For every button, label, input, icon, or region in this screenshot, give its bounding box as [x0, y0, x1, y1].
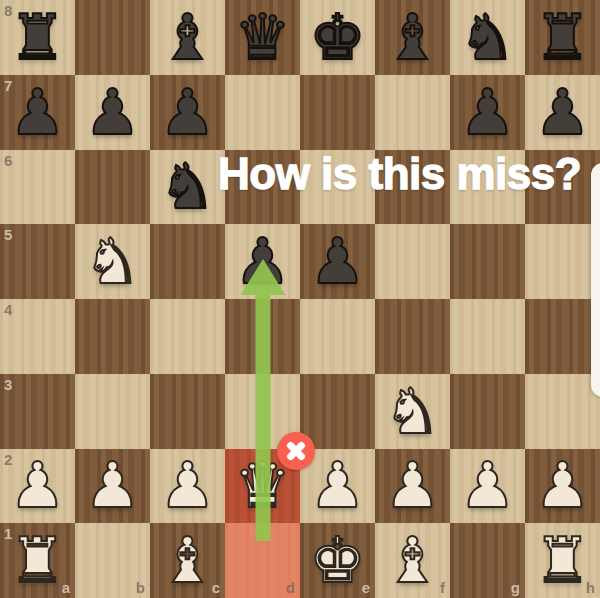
square-h3[interactable] [525, 374, 600, 449]
black-rook[interactable]: ♜ [0, 0, 75, 75]
square-e7[interactable] [300, 75, 375, 150]
square-b1[interactable]: b [75, 523, 150, 598]
square-a5[interactable]: 5 [0, 224, 75, 299]
white-rook[interactable]: ♜ [525, 523, 600, 598]
square-d7[interactable] [225, 75, 300, 150]
square-e5[interactable]: ♟ [300, 224, 375, 299]
square-e4[interactable] [300, 299, 375, 374]
white-pawn[interactable]: ♟ [450, 449, 525, 524]
square-h4[interactable] [525, 299, 600, 374]
black-pawn[interactable]: ♟ [75, 75, 150, 150]
square-a2[interactable]: 2♟ [0, 449, 75, 524]
square-a6[interactable]: 6 [0, 150, 75, 225]
black-pawn[interactable]: ♟ [225, 224, 300, 299]
square-g5[interactable] [450, 224, 525, 299]
white-pawn[interactable]: ♟ [75, 449, 150, 524]
square-g4[interactable] [450, 299, 525, 374]
square-b3[interactable] [75, 374, 150, 449]
square-f8[interactable]: ♝ [375, 0, 450, 75]
white-bishop[interactable]: ♝ [375, 523, 450, 598]
square-b2[interactable]: ♟ [75, 449, 150, 524]
rank-label-6: 6 [4, 153, 12, 168]
white-king[interactable]: ♚ [300, 523, 375, 598]
square-c2[interactable]: ♟ [150, 449, 225, 524]
square-g8[interactable]: ♞ [450, 0, 525, 75]
square-b6[interactable] [75, 150, 150, 225]
black-rook[interactable]: ♜ [525, 0, 600, 75]
square-f3[interactable]: ♞ [375, 374, 450, 449]
file-label-d: d [286, 580, 295, 595]
square-g7[interactable]: ♟ [450, 75, 525, 150]
square-b8[interactable] [75, 0, 150, 75]
square-e1[interactable]: e♚ [300, 523, 375, 598]
black-knight[interactable]: ♞ [150, 150, 225, 225]
square-a3[interactable]: 3 [0, 374, 75, 449]
square-h1[interactable]: h♜ [525, 523, 600, 598]
black-bishop[interactable]: ♝ [150, 0, 225, 75]
square-a8[interactable]: 8♜ [0, 0, 75, 75]
caption-text: How is this miss? [218, 149, 581, 199]
square-a7[interactable]: 7♟ [0, 75, 75, 150]
right-edge-card [591, 163, 600, 397]
white-pawn[interactable]: ♟ [525, 449, 600, 524]
rank-label-5: 5 [4, 227, 12, 242]
square-a4[interactable]: 4 [0, 299, 75, 374]
square-g2[interactable]: ♟ [450, 449, 525, 524]
rank-label-3: 3 [4, 377, 12, 392]
black-pawn[interactable]: ♟ [150, 75, 225, 150]
black-pawn[interactable]: ♟ [0, 75, 75, 150]
square-g1[interactable]: g [450, 523, 525, 598]
square-a1[interactable]: 1a♜ [0, 523, 75, 598]
square-f7[interactable] [375, 75, 450, 150]
white-rook[interactable]: ♜ [0, 523, 75, 598]
black-queen[interactable]: ♛ [225, 0, 300, 75]
white-pawn[interactable]: ♟ [0, 449, 75, 524]
chess-board: 8♜♝♛♚♝♞♜7♟♟♟♟♟6♞5♞♟♟43♞2♟♟♟♛♟♟♟♟1a♜bc♝de… [0, 0, 600, 598]
square-c1[interactable]: c♝ [150, 523, 225, 598]
file-label-b: b [136, 580, 145, 595]
square-b5[interactable]: ♞ [75, 224, 150, 299]
square-f2[interactable]: ♟ [375, 449, 450, 524]
square-e3[interactable] [300, 374, 375, 449]
square-g3[interactable] [450, 374, 525, 449]
square-f4[interactable] [375, 299, 450, 374]
square-c5[interactable] [150, 224, 225, 299]
white-knight[interactable]: ♞ [375, 374, 450, 449]
square-f1[interactable]: f♝ [375, 523, 450, 598]
file-label-g: g [511, 580, 520, 595]
square-h8[interactable]: ♜ [525, 0, 600, 75]
white-knight[interactable]: ♞ [75, 224, 150, 299]
black-knight[interactable]: ♞ [450, 0, 525, 75]
square-f5[interactable] [375, 224, 450, 299]
square-c6[interactable]: ♞ [150, 150, 225, 225]
square-b7[interactable]: ♟ [75, 75, 150, 150]
miss-x-badge [277, 432, 315, 470]
square-c7[interactable]: ♟ [150, 75, 225, 150]
square-c3[interactable] [150, 374, 225, 449]
square-b4[interactable] [75, 299, 150, 374]
rank-label-4: 4 [4, 302, 12, 317]
white-pawn[interactable]: ♟ [375, 449, 450, 524]
square-h5[interactable] [525, 224, 600, 299]
black-pawn[interactable]: ♟ [450, 75, 525, 150]
black-king[interactable]: ♚ [300, 0, 375, 75]
square-e8[interactable]: ♚ [300, 0, 375, 75]
square-d5[interactable]: ♟ [225, 224, 300, 299]
white-pawn[interactable]: ♟ [150, 449, 225, 524]
black-pawn[interactable]: ♟ [525, 75, 600, 150]
square-d8[interactable]: ♛ [225, 0, 300, 75]
square-d1[interactable]: d [225, 523, 300, 598]
white-bishop[interactable]: ♝ [150, 523, 225, 598]
black-bishop[interactable]: ♝ [375, 0, 450, 75]
square-h7[interactable]: ♟ [525, 75, 600, 150]
black-pawn[interactable]: ♟ [300, 224, 375, 299]
square-c4[interactable] [150, 299, 225, 374]
square-c8[interactable]: ♝ [150, 0, 225, 75]
square-d4[interactable] [225, 299, 300, 374]
square-h2[interactable]: ♟ [525, 449, 600, 524]
